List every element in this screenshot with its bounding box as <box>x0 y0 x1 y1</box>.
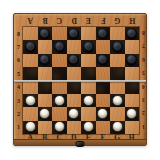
square-b8[interactable] <box>38 27 53 40</box>
square-e2[interactable] <box>81 107 96 120</box>
square-f2[interactable] <box>96 107 111 120</box>
black-checker-e7[interactable] <box>83 41 94 52</box>
square-e1[interactable] <box>81 121 96 134</box>
square-f6[interactable] <box>96 54 111 67</box>
file-label-top-h: H <box>125 14 140 27</box>
black-checker-d6[interactable] <box>68 54 79 65</box>
square-f4[interactable] <box>96 81 111 94</box>
file-label-top-f: F <box>96 14 111 27</box>
rank-label-right-5: 5 <box>139 67 148 80</box>
square-d5[interactable] <box>67 67 82 80</box>
square-d7[interactable] <box>67 40 82 53</box>
square-b5[interactable] <box>38 67 53 80</box>
white-checker-c3[interactable] <box>54 95 65 106</box>
square-e7[interactable] <box>81 40 96 53</box>
white-checker-g1[interactable] <box>112 121 123 132</box>
square-d2[interactable] <box>67 107 82 120</box>
black-checker-a7[interactable] <box>25 41 36 52</box>
square-h1[interactable] <box>125 121 140 134</box>
black-checker-g7[interactable] <box>112 41 123 52</box>
square-a7[interactable] <box>23 40 38 53</box>
rank-label-left-4: 4 <box>14 81 23 94</box>
square-h5[interactable] <box>125 67 140 80</box>
black-checker-d8[interactable] <box>68 28 79 39</box>
rank-label-left-5: 5 <box>14 67 23 80</box>
white-checker-a3[interactable] <box>25 95 36 106</box>
rank-label-left-6: 6 <box>14 54 23 67</box>
square-h3[interactable] <box>125 94 140 107</box>
white-checker-e3[interactable] <box>83 95 94 106</box>
file-labels-top: ABCDEFGH <box>23 14 139 27</box>
square-a4[interactable] <box>23 81 38 94</box>
black-checker-c7[interactable] <box>54 41 65 52</box>
file-label-top-d: D <box>67 14 82 27</box>
white-checker-g3[interactable] <box>112 95 123 106</box>
square-a8[interactable] <box>23 27 38 40</box>
rank-label-right-2: 2 <box>139 107 148 120</box>
square-g2[interactable] <box>110 107 125 120</box>
square-g4[interactable] <box>110 81 125 94</box>
square-h7[interactable] <box>125 40 140 53</box>
photo-background: ABCDEFGH 87654321 87654321 ABCDEFGH <box>0 0 160 160</box>
square-d3[interactable] <box>67 94 82 107</box>
white-checker-a1[interactable] <box>25 121 36 132</box>
square-e8[interactable] <box>81 27 96 40</box>
black-checker-b8[interactable] <box>39 28 50 39</box>
rank-label-left-7: 7 <box>14 40 23 53</box>
square-f3[interactable] <box>96 94 111 107</box>
square-f7[interactable] <box>96 40 111 53</box>
square-e4[interactable] <box>81 81 96 94</box>
square-g8[interactable] <box>110 27 125 40</box>
rank-label-right-7: 7 <box>139 40 148 53</box>
square-a6[interactable] <box>23 54 38 67</box>
black-checker-f8[interactable] <box>97 28 108 39</box>
file-label-top-a: A <box>23 14 38 27</box>
white-checker-e1[interactable] <box>83 121 94 132</box>
square-d4[interactable] <box>67 81 82 94</box>
square-g1[interactable] <box>110 121 125 134</box>
square-b7[interactable] <box>38 40 53 53</box>
square-c8[interactable] <box>52 27 67 40</box>
square-b3[interactable] <box>38 94 53 107</box>
square-c5[interactable] <box>52 67 67 80</box>
black-checker-b6[interactable] <box>39 54 50 65</box>
square-g3[interactable] <box>110 94 125 107</box>
square-a3[interactable] <box>23 94 38 107</box>
square-g5[interactable] <box>110 67 125 80</box>
file-label-top-c: C <box>52 14 67 27</box>
rank-label-left-2: 2 <box>14 107 23 120</box>
square-e6[interactable] <box>81 54 96 67</box>
square-d6[interactable] <box>67 54 82 67</box>
rank-label-left-8: 8 <box>14 27 23 40</box>
rank-label-left-1: 1 <box>14 121 23 134</box>
white-checker-c1[interactable] <box>54 121 65 132</box>
square-h4[interactable] <box>125 81 140 94</box>
square-d8[interactable] <box>67 27 82 40</box>
square-e3[interactable] <box>81 94 96 107</box>
square-c1[interactable] <box>52 121 67 134</box>
white-checker-b2[interactable] <box>39 108 50 119</box>
square-b4[interactable] <box>38 81 53 94</box>
square-c2[interactable] <box>52 107 67 120</box>
square-h2[interactable] <box>125 107 140 120</box>
square-b6[interactable] <box>38 54 53 67</box>
square-e5[interactable] <box>81 67 96 80</box>
black-checker-h6[interactable] <box>126 54 137 65</box>
rank-label-right-1: 1 <box>139 121 148 134</box>
square-b2[interactable] <box>38 107 53 120</box>
rank-label-right-6: 6 <box>139 54 148 67</box>
white-checker-f2[interactable] <box>97 108 108 119</box>
square-g6[interactable] <box>110 54 125 67</box>
square-a5[interactable] <box>23 67 38 80</box>
square-c6[interactable] <box>52 54 67 67</box>
checkers-board: ABCDEFGH 87654321 87654321 ABCDEFGH <box>13 13 147 146</box>
white-checker-d2[interactable] <box>68 108 79 119</box>
file-label-top-e: E <box>81 14 96 27</box>
white-checker-h2[interactable] <box>126 108 137 119</box>
file-label-top-b: B <box>38 14 53 27</box>
rank-label-left-3: 3 <box>14 94 23 107</box>
square-g7[interactable] <box>110 40 125 53</box>
file-label-top-g: G <box>110 14 125 27</box>
clasp-latch-icon <box>76 141 85 147</box>
square-c4[interactable] <box>52 81 67 94</box>
square-f5[interactable] <box>96 67 111 80</box>
square-h8[interactable] <box>125 27 140 40</box>
square-f8[interactable] <box>96 27 111 40</box>
square-d1[interactable] <box>67 121 82 134</box>
square-c3[interactable] <box>52 94 67 107</box>
black-checker-f6[interactable] <box>97 54 108 65</box>
square-c7[interactable] <box>52 40 67 53</box>
square-f1[interactable] <box>96 121 111 134</box>
square-a1[interactable] <box>23 121 38 134</box>
square-a2[interactable] <box>23 107 38 120</box>
rank-label-right-3: 3 <box>139 94 148 107</box>
hinge-line <box>14 80 146 82</box>
square-h6[interactable] <box>125 54 140 67</box>
rank-label-right-4: 4 <box>139 81 148 94</box>
square-b1[interactable] <box>38 121 53 134</box>
black-checker-h8[interactable] <box>126 28 137 39</box>
rank-label-right-8: 8 <box>139 27 148 40</box>
